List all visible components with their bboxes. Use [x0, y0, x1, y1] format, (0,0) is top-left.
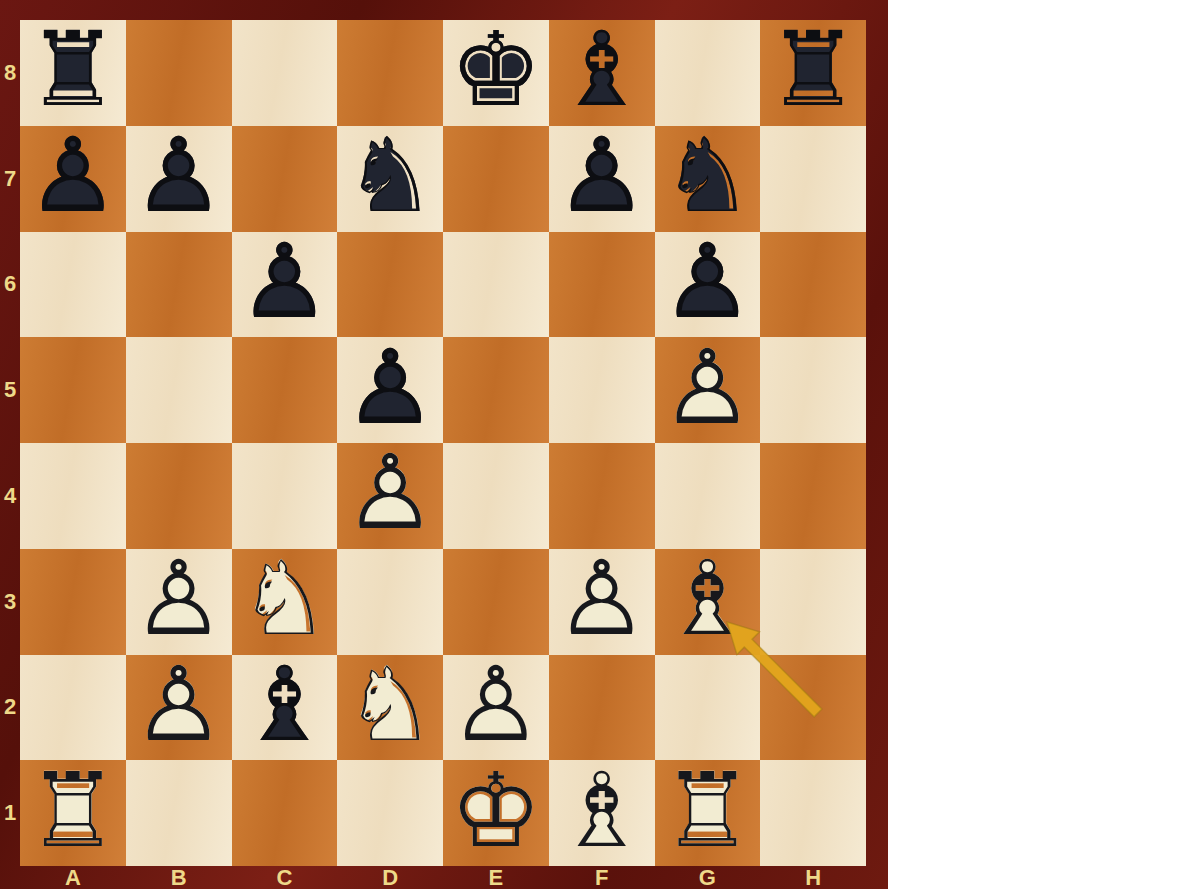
- black-bishop: ♝♗: [232, 655, 338, 761]
- square-h8[interactable]: ♜♖: [760, 20, 866, 126]
- rank-label-7: 7: [0, 126, 20, 232]
- square-e6[interactable]: [443, 232, 549, 338]
- square-g4[interactable]: [655, 443, 761, 549]
- square-d7[interactable]: ♞♘: [337, 126, 443, 232]
- square-b6[interactable]: [126, 232, 232, 338]
- square-f8[interactable]: ♝♗: [549, 20, 655, 126]
- square-f3[interactable]: ♟♙: [549, 549, 655, 655]
- black-rook: ♜♖: [20, 20, 126, 126]
- file-label-g: G: [655, 866, 761, 889]
- file-label-d: D: [337, 866, 443, 889]
- square-b4[interactable]: [126, 443, 232, 549]
- square-d6[interactable]: [337, 232, 443, 338]
- square-c1[interactable]: [232, 760, 338, 866]
- square-a8[interactable]: ♜♖: [20, 20, 126, 126]
- black-pawn: ♟♙: [232, 232, 338, 338]
- square-a1[interactable]: ♜♖: [20, 760, 126, 866]
- rank-label-5: 5: [0, 337, 20, 443]
- black-knight: ♞♘: [655, 126, 761, 232]
- white-pawn: ♟♙: [549, 549, 655, 655]
- square-f2[interactable]: [549, 655, 655, 761]
- square-e4[interactable]: [443, 443, 549, 549]
- square-h3[interactable]: [760, 549, 866, 655]
- square-b7[interactable]: ♟♙: [126, 126, 232, 232]
- square-c5[interactable]: [232, 337, 338, 443]
- rank-label-3: 3: [0, 549, 20, 655]
- white-knight: ♞♘: [232, 549, 338, 655]
- chess-board: ♜♖♚♔♝♗♜♖♟♙♟♙♞♘♟♙♞♘♟♙♟♙♟♙♟♙♟♙♟♙♞♘♟♙♝♗♟♙♝♗…: [0, 0, 888, 889]
- square-g3[interactable]: ♝♗: [655, 549, 761, 655]
- square-c6[interactable]: ♟♙: [232, 232, 338, 338]
- square-h7[interactable]: [760, 126, 866, 232]
- square-g6[interactable]: ♟♙: [655, 232, 761, 338]
- white-pawn: ♟♙: [655, 337, 761, 443]
- square-a3[interactable]: [20, 549, 126, 655]
- square-g5[interactable]: ♟♙: [655, 337, 761, 443]
- square-c7[interactable]: [232, 126, 338, 232]
- square-e1[interactable]: ♚♔: [443, 760, 549, 866]
- rank-label-8: 8: [0, 20, 20, 126]
- square-b2[interactable]: ♟♙: [126, 655, 232, 761]
- square-h6[interactable]: [760, 232, 866, 338]
- rank-label-1: 1: [0, 760, 20, 866]
- square-g1[interactable]: ♜♖: [655, 760, 761, 866]
- square-f1[interactable]: ♝♗: [549, 760, 655, 866]
- file-label-c: C: [232, 866, 338, 889]
- white-pawn: ♟♙: [443, 655, 549, 761]
- rank-label-4: 4: [0, 443, 20, 549]
- black-pawn: ♟♙: [549, 126, 655, 232]
- square-a4[interactable]: [20, 443, 126, 549]
- white-knight: ♞♘: [337, 655, 443, 761]
- white-bishop: ♝♗: [549, 760, 655, 866]
- square-e3[interactable]: [443, 549, 549, 655]
- square-d1[interactable]: [337, 760, 443, 866]
- square-d3[interactable]: [337, 549, 443, 655]
- file-label-b: B: [126, 866, 232, 889]
- file-label-a: A: [20, 866, 126, 889]
- square-c2[interactable]: ♝♗: [232, 655, 338, 761]
- square-a7[interactable]: ♟♙: [20, 126, 126, 232]
- square-b3[interactable]: ♟♙: [126, 549, 232, 655]
- square-g8[interactable]: [655, 20, 761, 126]
- square-h5[interactable]: [760, 337, 866, 443]
- board-squares: ♜♖♚♔♝♗♜♖♟♙♟♙♞♘♟♙♞♘♟♙♟♙♟♙♟♙♟♙♟♙♞♘♟♙♝♗♟♙♝♗…: [20, 20, 866, 866]
- black-rook: ♜♖: [760, 20, 866, 126]
- square-e2[interactable]: ♟♙: [443, 655, 549, 761]
- square-f5[interactable]: [549, 337, 655, 443]
- black-pawn: ♟♙: [20, 126, 126, 232]
- square-h1[interactable]: [760, 760, 866, 866]
- square-h4[interactable]: [760, 443, 866, 549]
- white-rook: ♜♖: [655, 760, 761, 866]
- square-b5[interactable]: [126, 337, 232, 443]
- square-g7[interactable]: ♞♘: [655, 126, 761, 232]
- white-king: ♚♔: [443, 760, 549, 866]
- square-c8[interactable]: [232, 20, 338, 126]
- white-bishop: ♝♗: [655, 549, 761, 655]
- square-c3[interactable]: ♞♘: [232, 549, 338, 655]
- black-pawn: ♟♙: [337, 337, 443, 443]
- square-h2[interactable]: [760, 655, 866, 761]
- square-f7[interactable]: ♟♙: [549, 126, 655, 232]
- rank-label-6: 6: [0, 232, 20, 338]
- square-e7[interactable]: [443, 126, 549, 232]
- square-b1[interactable]: [126, 760, 232, 866]
- file-label-f: F: [549, 866, 655, 889]
- square-d8[interactable]: [337, 20, 443, 126]
- square-e8[interactable]: ♚♔: [443, 20, 549, 126]
- rank-label-2: 2: [0, 655, 20, 761]
- square-g2[interactable]: [655, 655, 761, 761]
- white-pawn: ♟♙: [126, 549, 232, 655]
- black-bishop: ♝♗: [549, 20, 655, 126]
- square-d5[interactable]: ♟♙: [337, 337, 443, 443]
- square-b8[interactable]: [126, 20, 232, 126]
- black-pawn: ♟♙: [126, 126, 232, 232]
- black-king: ♚♔: [443, 20, 549, 126]
- square-f6[interactable]: [549, 232, 655, 338]
- square-a5[interactable]: [20, 337, 126, 443]
- square-a2[interactable]: [20, 655, 126, 761]
- file-label-e: E: [443, 866, 549, 889]
- square-c4[interactable]: [232, 443, 338, 549]
- square-a6[interactable]: [20, 232, 126, 338]
- black-pawn: ♟♙: [655, 232, 761, 338]
- white-rook: ♜♖: [20, 760, 126, 866]
- white-pawn: ♟♙: [337, 443, 443, 549]
- square-d4[interactable]: ♟♙: [337, 443, 443, 549]
- square-e5[interactable]: [443, 337, 549, 443]
- file-label-h: H: [760, 866, 866, 889]
- black-knight: ♞♘: [337, 126, 443, 232]
- white-pawn: ♟♙: [126, 655, 232, 761]
- square-f4[interactable]: [549, 443, 655, 549]
- square-d2[interactable]: ♞♘: [337, 655, 443, 761]
